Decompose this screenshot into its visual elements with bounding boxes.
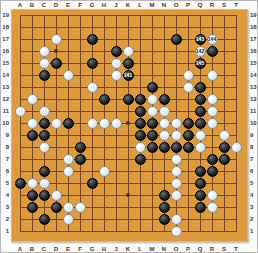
board-intersection-C15[interactable]	[38, 57, 50, 69]
board-intersection-F16[interactable]	[74, 45, 86, 57]
board-intersection-M19[interactable]	[146, 9, 158, 21]
board-intersection-J7[interactable]	[110, 153, 122, 165]
board-intersection-T12[interactable]	[230, 93, 242, 105]
board-intersection-K7[interactable]	[122, 153, 134, 165]
board-intersection-J19[interactable]	[110, 9, 122, 21]
board-intersection-N10[interactable]	[158, 117, 170, 129]
board-intersection-L4[interactable]	[134, 189, 146, 201]
board-intersection-B15[interactable]	[26, 57, 38, 69]
board-intersection-M18[interactable]	[146, 21, 158, 33]
board-intersection-M1[interactable]	[146, 225, 158, 237]
board-intersection-S2[interactable]	[218, 213, 230, 225]
board-intersection-N4[interactable]	[158, 189, 170, 201]
board-intersection-L17[interactable]	[134, 33, 146, 45]
board-intersection-D12[interactable]	[50, 93, 62, 105]
board-intersection-L9[interactable]	[134, 129, 146, 141]
board-intersection-H11[interactable]	[98, 105, 110, 117]
board-intersection-L7[interactable]	[134, 153, 146, 165]
board-intersection-S18[interactable]	[218, 21, 230, 33]
board-intersection-L15[interactable]	[134, 57, 146, 69]
board-intersection-P7[interactable]	[182, 153, 194, 165]
board-intersection-A16[interactable]	[14, 45, 26, 57]
board-intersection-M2[interactable]	[146, 213, 158, 225]
board-intersection-K2[interactable]	[122, 213, 134, 225]
board-intersection-S3[interactable]	[218, 201, 230, 213]
board-intersection-A14[interactable]	[14, 69, 26, 81]
board-intersection-G5[interactable]	[86, 177, 98, 189]
board-intersection-L18[interactable]	[134, 21, 146, 33]
board-intersection-G10[interactable]	[86, 117, 98, 129]
board-intersection-K9[interactable]	[122, 129, 134, 141]
board-intersection-M13[interactable]	[146, 81, 158, 93]
board-intersection-A13[interactable]	[14, 81, 26, 93]
board-intersection-R11[interactable]	[206, 105, 218, 117]
board-intersection-R6[interactable]	[206, 165, 218, 177]
board-intersection-S8[interactable]	[218, 141, 230, 153]
board-intersection-F6[interactable]	[74, 165, 86, 177]
board-intersection-G16[interactable]	[86, 45, 98, 57]
board-intersection-M14[interactable]	[146, 69, 158, 81]
board-intersection-G13[interactable]	[86, 81, 98, 93]
board-intersection-D13[interactable]	[50, 81, 62, 93]
board-intersection-R7[interactable]	[206, 153, 218, 165]
board-intersection-N14[interactable]	[158, 69, 170, 81]
board-intersection-G12[interactable]	[86, 93, 98, 105]
board-intersection-A12[interactable]	[14, 93, 26, 105]
board-intersection-K1[interactable]	[122, 225, 134, 237]
board-intersection-A5[interactable]	[14, 177, 26, 189]
board-intersection-O17[interactable]	[170, 33, 182, 45]
board-intersection-T19[interactable]	[230, 9, 242, 21]
board-intersection-F10[interactable]	[74, 117, 86, 129]
board-intersection-T14[interactable]	[230, 69, 242, 81]
board-intersection-C6[interactable]	[38, 165, 50, 177]
board-intersection-R13[interactable]	[206, 81, 218, 93]
board-intersection-Q14[interactable]	[194, 69, 206, 81]
board-intersection-E10[interactable]	[62, 117, 74, 129]
board-intersection-J11[interactable]	[110, 105, 122, 117]
board-intersection-G9[interactable]	[86, 129, 98, 141]
board-intersection-A7[interactable]	[14, 153, 26, 165]
board-intersection-C1[interactable]	[38, 225, 50, 237]
board-intersection-O2[interactable]	[170, 213, 182, 225]
board-intersection-K14[interactable]: 141	[122, 69, 134, 81]
board-intersection-J3[interactable]	[110, 201, 122, 213]
board-intersection-D9[interactable]	[50, 129, 62, 141]
board-intersection-D17[interactable]	[50, 33, 62, 45]
board-intersection-O1[interactable]	[170, 225, 182, 237]
board-intersection-C4[interactable]	[38, 189, 50, 201]
board-intersection-C14[interactable]	[38, 69, 50, 81]
board-intersection-K8[interactable]	[122, 141, 134, 153]
board-intersection-F8[interactable]	[74, 141, 86, 153]
board-intersection-T11[interactable]	[230, 105, 242, 117]
board-intersection-O12[interactable]	[170, 93, 182, 105]
board-intersection-N19[interactable]	[158, 9, 170, 21]
board-intersection-H15[interactable]	[98, 57, 110, 69]
board-intersection-G14[interactable]	[86, 69, 98, 81]
board-intersection-R18[interactable]	[206, 21, 218, 33]
board-intersection-Q17[interactable]: 143	[194, 33, 206, 45]
board-intersection-Q16[interactable]: 142	[194, 45, 206, 57]
board-intersection-B3[interactable]	[26, 201, 38, 213]
board-intersection-S12[interactable]	[218, 93, 230, 105]
board-intersection-D7[interactable]	[50, 153, 62, 165]
board-intersection-Q18[interactable]	[194, 21, 206, 33]
board-intersection-P9[interactable]	[182, 129, 194, 141]
board-intersection-R2[interactable]	[206, 213, 218, 225]
board-intersection-H3[interactable]	[98, 201, 110, 213]
board-intersection-F2[interactable]	[74, 213, 86, 225]
board-intersection-M4[interactable]	[146, 189, 158, 201]
board-intersection-C3[interactable]	[38, 201, 50, 213]
board-intersection-E12[interactable]	[62, 93, 74, 105]
board-intersection-E1[interactable]	[62, 225, 74, 237]
board-intersection-F11[interactable]	[74, 105, 86, 117]
board-intersection-J14[interactable]	[110, 69, 122, 81]
board-intersection-T18[interactable]	[230, 21, 242, 33]
board-intersection-D8[interactable]	[50, 141, 62, 153]
board-intersection-E4[interactable]	[62, 189, 74, 201]
board-intersection-P14[interactable]	[182, 69, 194, 81]
board-intersection-M12[interactable]	[146, 93, 158, 105]
board-intersection-Q7[interactable]	[194, 153, 206, 165]
board-intersection-C19[interactable]	[38, 9, 50, 21]
board-intersection-H2[interactable]	[98, 213, 110, 225]
board-intersection-O19[interactable]	[170, 9, 182, 21]
board-intersection-D14[interactable]	[50, 69, 62, 81]
board-intersection-T13[interactable]	[230, 81, 242, 93]
board-intersection-H18[interactable]	[98, 21, 110, 33]
board-intersection-O13[interactable]	[170, 81, 182, 93]
board-intersection-O11[interactable]	[170, 105, 182, 117]
board-intersection-E7[interactable]	[62, 153, 74, 165]
board-intersection-E17[interactable]	[62, 33, 74, 45]
board-intersection-H14[interactable]	[98, 69, 110, 81]
board-intersection-C10[interactable]	[38, 117, 50, 129]
board-intersection-C5[interactable]	[38, 177, 50, 189]
board-intersection-F19[interactable]	[74, 9, 86, 21]
board-intersection-K10[interactable]	[122, 117, 134, 129]
board-intersection-A1[interactable]	[14, 225, 26, 237]
board-intersection-N11[interactable]	[158, 105, 170, 117]
board-intersection-Q5[interactable]	[194, 177, 206, 189]
board-intersection-B10[interactable]	[26, 117, 38, 129]
board-intersection-E16[interactable]	[62, 45, 74, 57]
board-intersection-R12[interactable]	[206, 93, 218, 105]
board-intersection-H1[interactable]	[98, 225, 110, 237]
board-intersection-L13[interactable]	[134, 81, 146, 93]
board-intersection-J8[interactable]	[110, 141, 122, 153]
board-intersection-K19[interactable]	[122, 9, 134, 21]
board-intersection-K11[interactable]	[122, 105, 134, 117]
board-intersection-L14[interactable]	[134, 69, 146, 81]
board-intersection-D19[interactable]	[50, 9, 62, 21]
board-intersection-B11[interactable]	[26, 105, 38, 117]
board-intersection-J13[interactable]	[110, 81, 122, 93]
board-intersection-P17[interactable]	[182, 33, 194, 45]
board-intersection-S1[interactable]	[218, 225, 230, 237]
board-intersection-J18[interactable]	[110, 21, 122, 33]
board-intersection-T4[interactable]	[230, 189, 242, 201]
board-intersection-Q3[interactable]	[194, 201, 206, 213]
board-intersection-A10[interactable]	[14, 117, 26, 129]
board-intersection-F5[interactable]	[74, 177, 86, 189]
board-intersection-N8[interactable]	[158, 141, 170, 153]
board-intersection-P10[interactable]	[182, 117, 194, 129]
board-intersection-N12[interactable]	[158, 93, 170, 105]
board-intersection-J1[interactable]	[110, 225, 122, 237]
board-intersection-G11[interactable]	[86, 105, 98, 117]
board-intersection-C7[interactable]	[38, 153, 50, 165]
board-intersection-M7[interactable]	[146, 153, 158, 165]
board-intersection-N13[interactable]	[158, 81, 170, 93]
board-intersection-L16[interactable]	[134, 45, 146, 57]
board-intersection-B7[interactable]	[26, 153, 38, 165]
board-intersection-C2[interactable]	[38, 213, 50, 225]
board-intersection-T16[interactable]	[230, 45, 242, 57]
board-intersection-M9[interactable]	[146, 129, 158, 141]
board-intersection-L8[interactable]	[134, 141, 146, 153]
board-intersection-N6[interactable]	[158, 165, 170, 177]
board-intersection-A6[interactable]	[14, 165, 26, 177]
board-intersection-N16[interactable]	[158, 45, 170, 57]
board-intersection-E13[interactable]	[62, 81, 74, 93]
board-intersection-B1[interactable]	[26, 225, 38, 237]
board-intersection-M3[interactable]	[146, 201, 158, 213]
board-intersection-T15[interactable]	[230, 57, 242, 69]
board-intersection-T8[interactable]	[230, 141, 242, 153]
board-intersection-H5[interactable]	[98, 177, 110, 189]
board-intersection-B6[interactable]	[26, 165, 38, 177]
board-intersection-B9[interactable]	[26, 129, 38, 141]
board-intersection-F4[interactable]	[74, 189, 86, 201]
board-intersection-C13[interactable]	[38, 81, 50, 93]
board-intersection-F15[interactable]	[74, 57, 86, 69]
board-intersection-B19[interactable]	[26, 9, 38, 21]
board-intersection-Q4[interactable]	[194, 189, 206, 201]
board-intersection-P18[interactable]	[182, 21, 194, 33]
board-intersection-P13[interactable]	[182, 81, 194, 93]
board-intersection-R16[interactable]	[206, 45, 218, 57]
board-intersection-J17[interactable]	[110, 33, 122, 45]
board-intersection-N17[interactable]	[158, 33, 170, 45]
board-intersection-G4[interactable]	[86, 189, 98, 201]
board-intersection-B14[interactable]	[26, 69, 38, 81]
board-intersection-M5[interactable]	[146, 177, 158, 189]
board-intersection-B5[interactable]	[26, 177, 38, 189]
board-intersection-Q6[interactable]	[194, 165, 206, 177]
board-intersection-H16[interactable]	[98, 45, 110, 57]
board-intersection-E5[interactable]	[62, 177, 74, 189]
board-intersection-C12[interactable]	[38, 93, 50, 105]
board-intersection-G19[interactable]	[86, 9, 98, 21]
board-intersection-B2[interactable]	[26, 213, 38, 225]
board-intersection-D2[interactable]	[50, 213, 62, 225]
board-intersection-G15[interactable]	[86, 57, 98, 69]
board-intersection-J5[interactable]	[110, 177, 122, 189]
board-intersection-H8[interactable]	[98, 141, 110, 153]
board-intersection-R14[interactable]	[206, 69, 218, 81]
board-intersection-F14[interactable]	[74, 69, 86, 81]
board-intersection-R1[interactable]	[206, 225, 218, 237]
board-intersection-M8[interactable]	[146, 141, 158, 153]
board-intersection-P12[interactable]	[182, 93, 194, 105]
board-intersection-S10[interactable]	[218, 117, 230, 129]
board-intersection-H9[interactable]	[98, 129, 110, 141]
board-intersection-H4[interactable]	[98, 189, 110, 201]
board-intersection-S4[interactable]	[218, 189, 230, 201]
board-intersection-Q10[interactable]	[194, 117, 206, 129]
board-intersection-C9[interactable]	[38, 129, 50, 141]
board-intersection-T1[interactable]	[230, 225, 242, 237]
board-intersection-S15[interactable]	[218, 57, 230, 69]
board-intersection-P16[interactable]	[182, 45, 194, 57]
board-intersection-B12[interactable]	[26, 93, 38, 105]
board-intersection-N18[interactable]	[158, 21, 170, 33]
board-intersection-T5[interactable]	[230, 177, 242, 189]
board-intersection-R17[interactable]: 144	[206, 33, 218, 45]
board-intersection-S9[interactable]	[218, 129, 230, 141]
board-intersection-A15[interactable]	[14, 57, 26, 69]
board-intersection-R10[interactable]	[206, 117, 218, 129]
board-intersection-P2[interactable]	[182, 213, 194, 225]
board-intersection-Q11[interactable]	[194, 105, 206, 117]
board-intersection-A2[interactable]	[14, 213, 26, 225]
board-intersection-E3[interactable]	[62, 201, 74, 213]
board-intersection-S17[interactable]	[218, 33, 230, 45]
board-intersection-K4[interactable]	[122, 189, 134, 201]
board-intersection-T7[interactable]	[230, 153, 242, 165]
board-intersection-N15[interactable]	[158, 57, 170, 69]
board-intersection-Q19[interactable]	[194, 9, 206, 21]
board-intersection-O14[interactable]	[170, 69, 182, 81]
board-intersection-O6[interactable]	[170, 165, 182, 177]
board-intersection-K5[interactable]	[122, 177, 134, 189]
board-intersection-E9[interactable]	[62, 129, 74, 141]
board-intersection-A11[interactable]	[14, 105, 26, 117]
board-intersection-R8[interactable]	[206, 141, 218, 153]
board-intersection-P6[interactable]	[182, 165, 194, 177]
board-intersection-L19[interactable]	[134, 9, 146, 21]
board-intersection-K16[interactable]	[122, 45, 134, 57]
board-intersection-K6[interactable]	[122, 165, 134, 177]
board-intersection-Q12[interactable]	[194, 93, 206, 105]
board-intersection-F9[interactable]	[74, 129, 86, 141]
board-intersection-Q9[interactable]	[194, 129, 206, 141]
board-intersection-N1[interactable]	[158, 225, 170, 237]
board-intersection-T2[interactable]	[230, 213, 242, 225]
board-intersection-M11[interactable]	[146, 105, 158, 117]
board-intersection-S11[interactable]	[218, 105, 230, 117]
board-intersection-P11[interactable]	[182, 105, 194, 117]
board-intersection-S14[interactable]	[218, 69, 230, 81]
board-intersection-C18[interactable]	[38, 21, 50, 33]
board-intersection-O8[interactable]	[170, 141, 182, 153]
board-intersection-K15[interactable]	[122, 57, 134, 69]
board-intersection-K13[interactable]	[122, 81, 134, 93]
board-intersection-N2[interactable]	[158, 213, 170, 225]
board-intersection-R4[interactable]	[206, 189, 218, 201]
board-intersection-A9[interactable]	[14, 129, 26, 141]
board-intersection-H7[interactable]	[98, 153, 110, 165]
board-intersection-T17[interactable]	[230, 33, 242, 45]
board-intersection-K3[interactable]	[122, 201, 134, 213]
board-intersection-L2[interactable]	[134, 213, 146, 225]
board-intersection-L5[interactable]	[134, 177, 146, 189]
board-intersection-G2[interactable]	[86, 213, 98, 225]
board-intersection-H10[interactable]	[98, 117, 110, 129]
board-intersection-G7[interactable]	[86, 153, 98, 165]
board-intersection-F3[interactable]	[74, 201, 86, 213]
board-intersection-F1[interactable]	[74, 225, 86, 237]
board-intersection-F17[interactable]	[74, 33, 86, 45]
board-intersection-H17[interactable]	[98, 33, 110, 45]
board-intersection-S16[interactable]	[218, 45, 230, 57]
board-intersection-E15[interactable]	[62, 57, 74, 69]
board-intersection-M6[interactable]	[146, 165, 158, 177]
board-intersection-E14[interactable]	[62, 69, 74, 81]
board-intersection-R3[interactable]	[206, 201, 218, 213]
board-intersection-K17[interactable]	[122, 33, 134, 45]
board-intersection-S7[interactable]	[218, 153, 230, 165]
board-intersection-O18[interactable]	[170, 21, 182, 33]
board-intersection-S5[interactable]	[218, 177, 230, 189]
board-intersection-C11[interactable]	[38, 105, 50, 117]
board-intersection-Q2[interactable]	[194, 213, 206, 225]
board-intersection-T6[interactable]	[230, 165, 242, 177]
board-intersection-L1[interactable]	[134, 225, 146, 237]
board-intersection-T3[interactable]	[230, 201, 242, 213]
board-intersection-R5[interactable]	[206, 177, 218, 189]
board-intersection-O10[interactable]	[170, 117, 182, 129]
board-intersection-L10[interactable]	[134, 117, 146, 129]
board-intersection-D3[interactable]	[50, 201, 62, 213]
board-intersection-S13[interactable]	[218, 81, 230, 93]
board-intersection-K18[interactable]	[122, 21, 134, 33]
board-intersection-N9[interactable]	[158, 129, 170, 141]
board-intersection-J9[interactable]	[110, 129, 122, 141]
board-intersection-J6[interactable]	[110, 165, 122, 177]
board-intersection-O4[interactable]	[170, 189, 182, 201]
board-intersection-B18[interactable]	[26, 21, 38, 33]
board-intersection-G3[interactable]	[86, 201, 98, 213]
board-intersection-N3[interactable]	[158, 201, 170, 213]
board-intersection-E8[interactable]	[62, 141, 74, 153]
board-intersection-M10[interactable]	[146, 117, 158, 129]
board-intersection-L3[interactable]	[134, 201, 146, 213]
board-intersection-N7[interactable]	[158, 153, 170, 165]
board-intersection-O15[interactable]	[170, 57, 182, 69]
board-intersection-K12[interactable]	[122, 93, 134, 105]
board-intersection-D6[interactable]	[50, 165, 62, 177]
board-intersection-T10[interactable]	[230, 117, 242, 129]
board-intersection-L6[interactable]	[134, 165, 146, 177]
board-intersection-A18[interactable]	[14, 21, 26, 33]
board-intersection-E19[interactable]	[62, 9, 74, 21]
board-intersection-D10[interactable]	[50, 117, 62, 129]
board-intersection-A19[interactable]	[14, 9, 26, 21]
board-intersection-J15[interactable]	[110, 57, 122, 69]
board-intersection-H13[interactable]	[98, 81, 110, 93]
board-intersection-D16[interactable]	[50, 45, 62, 57]
board-intersection-D1[interactable]	[50, 225, 62, 237]
board-intersection-E2[interactable]	[62, 213, 74, 225]
board-intersection-J16[interactable]	[110, 45, 122, 57]
board-intersection-E18[interactable]	[62, 21, 74, 33]
board-intersection-A3[interactable]	[14, 201, 26, 213]
board-intersection-O3[interactable]	[170, 201, 182, 213]
